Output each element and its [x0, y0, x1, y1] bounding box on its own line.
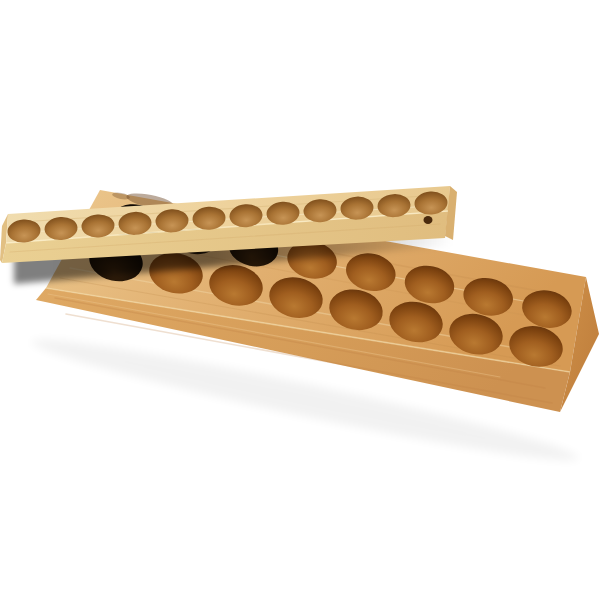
rack-front-face-small-hole	[424, 216, 433, 224]
product-photo-scene	[0, 0, 600, 600]
boards-illustration	[0, 0, 600, 600]
